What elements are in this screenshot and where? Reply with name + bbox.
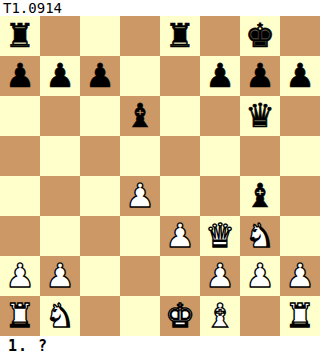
square-a1[interactable]: ♜ xyxy=(0,296,40,336)
square-f7[interactable]: ♟ xyxy=(200,56,240,96)
piece-white-rook: ♜ xyxy=(285,296,315,336)
piece-white-queen: ♛ xyxy=(205,216,235,256)
square-g5[interactable] xyxy=(240,136,280,176)
square-d8[interactable] xyxy=(120,16,160,56)
piece-black-pawn: ♟ xyxy=(205,56,235,96)
piece-black-pawn: ♟ xyxy=(45,56,75,96)
move-prompt: 1. ? xyxy=(8,337,48,355)
square-h7[interactable]: ♟ xyxy=(280,56,320,96)
piece-white-knight: ♞ xyxy=(45,296,75,336)
square-e3[interactable]: ♟ xyxy=(160,216,200,256)
square-e7[interactable] xyxy=(160,56,200,96)
square-a7[interactable]: ♟ xyxy=(0,56,40,96)
piece-black-pawn: ♟ xyxy=(245,56,275,96)
square-g8[interactable]: ♚ xyxy=(240,16,280,56)
square-d1[interactable] xyxy=(120,296,160,336)
square-c8[interactable] xyxy=(80,16,120,56)
square-f3[interactable]: ♛ xyxy=(200,216,240,256)
square-b8[interactable] xyxy=(40,16,80,56)
square-a3[interactable] xyxy=(0,216,40,256)
piece-white-king: ♚ xyxy=(165,296,195,336)
square-f4[interactable] xyxy=(200,176,240,216)
piece-black-bishop: ♝ xyxy=(245,176,275,216)
puzzle-id: T1.0914 xyxy=(3,0,62,16)
square-a2[interactable]: ♟ xyxy=(0,256,40,296)
square-d7[interactable] xyxy=(120,56,160,96)
square-f2[interactable]: ♟ xyxy=(200,256,240,296)
square-a5[interactable] xyxy=(0,136,40,176)
square-g4[interactable]: ♝ xyxy=(240,176,280,216)
chess-board: ♜♜♚♟♟♟♟♟♟♝♛♟♝♟♛♞♟♟♟♟♟♜♞♚♝♜ xyxy=(0,16,320,336)
square-g2[interactable]: ♟ xyxy=(240,256,280,296)
square-a4[interactable] xyxy=(0,176,40,216)
square-f1[interactable]: ♝ xyxy=(200,296,240,336)
piece-black-pawn: ♟ xyxy=(285,56,315,96)
piece-white-knight: ♞ xyxy=(245,216,275,256)
square-c7[interactable]: ♟ xyxy=(80,56,120,96)
square-a6[interactable] xyxy=(0,96,40,136)
square-c3[interactable] xyxy=(80,216,120,256)
square-h8[interactable] xyxy=(280,16,320,56)
square-c1[interactable] xyxy=(80,296,120,336)
square-g3[interactable]: ♞ xyxy=(240,216,280,256)
square-e8[interactable]: ♜ xyxy=(160,16,200,56)
square-d6[interactable]: ♝ xyxy=(120,96,160,136)
piece-white-pawn: ♟ xyxy=(205,256,235,296)
square-b6[interactable] xyxy=(40,96,80,136)
square-e1[interactable]: ♚ xyxy=(160,296,200,336)
square-c6[interactable] xyxy=(80,96,120,136)
square-e4[interactable] xyxy=(160,176,200,216)
square-g1[interactable] xyxy=(240,296,280,336)
square-c5[interactable] xyxy=(80,136,120,176)
piece-black-bishop: ♝ xyxy=(125,96,155,136)
piece-white-bishop: ♝ xyxy=(205,296,235,336)
square-b2[interactable]: ♟ xyxy=(40,256,80,296)
square-h2[interactable]: ♟ xyxy=(280,256,320,296)
square-f5[interactable] xyxy=(200,136,240,176)
piece-white-pawn: ♟ xyxy=(125,176,155,216)
square-d3[interactable] xyxy=(120,216,160,256)
square-e6[interactable] xyxy=(160,96,200,136)
piece-white-pawn: ♟ xyxy=(165,216,195,256)
square-b3[interactable] xyxy=(40,216,80,256)
piece-black-king: ♚ xyxy=(245,16,275,56)
square-b4[interactable] xyxy=(40,176,80,216)
square-h4[interactable] xyxy=(280,176,320,216)
piece-black-pawn: ♟ xyxy=(5,56,35,96)
square-f6[interactable] xyxy=(200,96,240,136)
square-c4[interactable] xyxy=(80,176,120,216)
square-h5[interactable] xyxy=(280,136,320,176)
square-f8[interactable] xyxy=(200,16,240,56)
piece-white-pawn: ♟ xyxy=(245,256,275,296)
piece-black-rook: ♜ xyxy=(165,16,195,56)
square-e5[interactable] xyxy=(160,136,200,176)
piece-black-pawn: ♟ xyxy=(85,56,115,96)
square-b7[interactable]: ♟ xyxy=(40,56,80,96)
piece-white-pawn: ♟ xyxy=(285,256,315,296)
square-d5[interactable] xyxy=(120,136,160,176)
piece-black-queen: ♛ xyxy=(245,96,275,136)
square-g7[interactable]: ♟ xyxy=(240,56,280,96)
square-d2[interactable] xyxy=(120,256,160,296)
piece-white-pawn: ♟ xyxy=(45,256,75,296)
square-d4[interactable]: ♟ xyxy=(120,176,160,216)
square-b5[interactable] xyxy=(40,136,80,176)
square-e2[interactable] xyxy=(160,256,200,296)
square-h3[interactable] xyxy=(280,216,320,256)
square-h6[interactable] xyxy=(280,96,320,136)
square-c2[interactable] xyxy=(80,256,120,296)
square-b1[interactable]: ♞ xyxy=(40,296,80,336)
piece-white-rook: ♜ xyxy=(5,296,35,336)
piece-black-rook: ♜ xyxy=(5,16,35,56)
square-g6[interactable]: ♛ xyxy=(240,96,280,136)
square-h1[interactable]: ♜ xyxy=(280,296,320,336)
piece-white-pawn: ♟ xyxy=(5,256,35,296)
square-a8[interactable]: ♜ xyxy=(0,16,40,56)
